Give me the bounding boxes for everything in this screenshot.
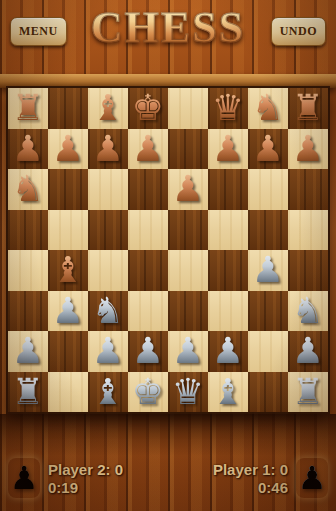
piece-copper-king: ♚ — [128, 88, 168, 129]
square-a8[interactable]: ♜ — [8, 88, 48, 129]
piece-silver-bishop: ♝ — [208, 372, 248, 413]
piece-silver-rook: ♜ — [8, 372, 48, 413]
player1-panel: Player 1: 0 0:46 ♟ — [213, 458, 328, 498]
square-g4[interactable]: ♟ — [248, 250, 288, 291]
status-bar: ♟ Player 2: 0 0:19 Player 1: 0 0:46 ♟ — [0, 449, 336, 507]
square-b2[interactable] — [48, 331, 88, 372]
piece-copper-pawn: ♟ — [48, 129, 88, 170]
square-a4[interactable] — [8, 250, 48, 291]
piece-silver-bishop: ♝ — [88, 372, 128, 413]
square-e1[interactable]: ♛ — [168, 372, 208, 413]
square-h8[interactable]: ♜ — [288, 88, 328, 129]
square-a5[interactable] — [8, 210, 48, 251]
player2-pawn-icon: ♟ — [8, 458, 40, 498]
square-b5[interactable] — [48, 210, 88, 251]
piece-silver-pawn: ♟ — [208, 331, 248, 372]
square-e3[interactable] — [168, 291, 208, 332]
square-f1[interactable]: ♝ — [208, 372, 248, 413]
piece-copper-pawn: ♟ — [168, 169, 208, 210]
square-f6[interactable] — [208, 169, 248, 210]
piece-copper-rook: ♜ — [288, 88, 328, 129]
piece-silver-queen: ♛ — [168, 372, 208, 413]
piece-silver-pawn: ♟ — [8, 331, 48, 372]
square-c4[interactable] — [88, 250, 128, 291]
piece-silver-pawn: ♟ — [88, 331, 128, 372]
piece-copper-queen: ♛ — [208, 88, 248, 129]
piece-copper-pawn: ♟ — [208, 129, 248, 170]
menu-button[interactable]: MENU — [10, 17, 67, 46]
square-c6[interactable] — [88, 169, 128, 210]
square-g3[interactable] — [248, 291, 288, 332]
square-e8[interactable] — [168, 88, 208, 129]
square-e4[interactable] — [168, 250, 208, 291]
square-b6[interactable] — [48, 169, 88, 210]
square-h4[interactable] — [288, 250, 328, 291]
square-c7[interactable]: ♟ — [88, 129, 128, 170]
square-b4[interactable]: ♝ — [48, 250, 88, 291]
square-d7[interactable]: ♟ — [128, 129, 168, 170]
chess-board[interactable]: ♜♝♚♛♞♜♟♟♟♟♟♟♟♞♟♝♟♟♞♞♟♟♟♟♟♟♜♝♚♛♝♜ — [8, 88, 328, 412]
square-e7[interactable] — [168, 129, 208, 170]
square-f3[interactable] — [208, 291, 248, 332]
square-b1[interactable] — [48, 372, 88, 413]
piece-silver-pawn: ♟ — [248, 250, 288, 291]
square-g5[interactable] — [248, 210, 288, 251]
piece-copper-pawn: ♟ — [8, 129, 48, 170]
square-c8[interactable]: ♝ — [88, 88, 128, 129]
square-a1[interactable]: ♜ — [8, 372, 48, 413]
square-f4[interactable] — [208, 250, 248, 291]
square-h2[interactable]: ♟ — [288, 331, 328, 372]
square-d8[interactable]: ♚ — [128, 88, 168, 129]
piece-silver-knight: ♞ — [88, 291, 128, 332]
square-g2[interactable] — [248, 331, 288, 372]
square-d1[interactable]: ♚ — [128, 372, 168, 413]
square-a7[interactable]: ♟ — [8, 129, 48, 170]
square-h7[interactable]: ♟ — [288, 129, 328, 170]
player2-score-label: Player 2: 0 — [48, 461, 123, 478]
square-f2[interactable]: ♟ — [208, 331, 248, 372]
piece-copper-bishop: ♝ — [48, 250, 88, 291]
square-h1[interactable]: ♜ — [288, 372, 328, 413]
piece-silver-king: ♚ — [128, 372, 168, 413]
square-a3[interactable] — [8, 291, 48, 332]
piece-copper-pawn: ♟ — [128, 129, 168, 170]
square-d5[interactable] — [128, 210, 168, 251]
piece-copper-rook: ♜ — [8, 88, 48, 129]
wood-ledge — [0, 74, 336, 88]
square-b7[interactable]: ♟ — [48, 129, 88, 170]
player1-pawn-icon: ♟ — [296, 458, 328, 498]
piece-copper-pawn: ♟ — [88, 129, 128, 170]
piece-copper-pawn: ♟ — [288, 129, 328, 170]
square-a6[interactable]: ♞ — [8, 169, 48, 210]
player2-panel: ♟ Player 2: 0 0:19 — [8, 458, 123, 498]
square-f7[interactable]: ♟ — [208, 129, 248, 170]
square-b3[interactable]: ♟ — [48, 291, 88, 332]
square-d6[interactable] — [128, 169, 168, 210]
undo-button[interactable]: UNDO — [271, 17, 326, 46]
player2-clock: 0:19 — [48, 479, 123, 496]
piece-silver-rook: ♜ — [288, 372, 328, 413]
player1-clock: 0:46 — [258, 479, 288, 496]
piece-silver-knight: ♞ — [288, 291, 328, 332]
square-f5[interactable] — [208, 210, 248, 251]
square-h5[interactable] — [288, 210, 328, 251]
square-b8[interactable] — [48, 88, 88, 129]
square-c3[interactable]: ♞ — [88, 291, 128, 332]
square-e5[interactable] — [168, 210, 208, 251]
piece-silver-pawn: ♟ — [288, 331, 328, 372]
square-d4[interactable] — [128, 250, 168, 291]
square-g7[interactable]: ♟ — [248, 129, 288, 170]
square-g8[interactable]: ♞ — [248, 88, 288, 129]
piece-silver-pawn: ♟ — [128, 331, 168, 372]
square-e2[interactable]: ♟ — [168, 331, 208, 372]
square-c5[interactable] — [88, 210, 128, 251]
square-g1[interactable] — [248, 372, 288, 413]
piece-copper-pawn: ♟ — [248, 129, 288, 170]
square-d3[interactable] — [128, 291, 168, 332]
square-g6[interactable] — [248, 169, 288, 210]
square-e6[interactable]: ♟ — [168, 169, 208, 210]
square-h6[interactable] — [288, 169, 328, 210]
piece-silver-pawn: ♟ — [168, 331, 208, 372]
square-c1[interactable]: ♝ — [88, 372, 128, 413]
piece-copper-knight: ♞ — [248, 88, 288, 129]
square-h3[interactable]: ♞ — [288, 291, 328, 332]
piece-silver-pawn: ♟ — [48, 291, 88, 332]
square-c2[interactable]: ♟ — [88, 331, 128, 372]
piece-copper-bishop: ♝ — [88, 88, 128, 129]
square-a2[interactable]: ♟ — [8, 331, 48, 372]
square-f8[interactable]: ♛ — [208, 88, 248, 129]
player1-score-label: Player 1: 0 — [213, 461, 288, 478]
square-d2[interactable]: ♟ — [128, 331, 168, 372]
piece-copper-knight: ♞ — [8, 169, 48, 210]
